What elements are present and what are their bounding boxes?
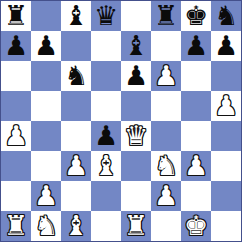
square-c5[interactable] [61,91,91,121]
square-d2[interactable] [91,181,121,211]
square-c7[interactable] [61,31,91,61]
square-h8[interactable]: ♞ [211,1,241,31]
square-h7[interactable]: ♟ [211,31,241,61]
square-c1[interactable]: ♝ [61,211,91,241]
white-pawn-piece[interactable]: ♟ [154,61,178,91]
square-a4[interactable]: ♟ [1,121,31,151]
square-f3[interactable]: ♞ [151,151,181,181]
white-bishop-piece[interactable]: ♝ [64,211,88,241]
square-h6[interactable] [211,61,241,91]
square-b4[interactable] [31,121,61,151]
square-c3[interactable]: ♟ [61,151,91,181]
white-queen-piece[interactable]: ♛ [124,121,148,151]
white-pawn-piece[interactable]: ♟ [34,181,58,211]
square-c2[interactable] [61,181,91,211]
square-f6[interactable]: ♟ [151,61,181,91]
square-b5[interactable] [31,91,61,121]
square-b3[interactable] [31,151,61,181]
black-knight-piece[interactable]: ♞ [214,1,238,31]
square-b1[interactable]: ♞ [31,211,61,241]
square-a5[interactable] [1,91,31,121]
white-king-piece[interactable]: ♚ [184,211,208,241]
square-e2[interactable] [121,181,151,211]
square-h5[interactable]: ♟ [211,91,241,121]
black-bishop-piece[interactable]: ♝ [124,31,148,61]
square-e5[interactable] [121,91,151,121]
white-knight-piece[interactable]: ♞ [154,151,178,181]
square-h3[interactable] [211,151,241,181]
white-pawn-piece[interactable]: ♟ [64,151,88,181]
square-d6[interactable] [91,61,121,91]
black-pawn-piece[interactable]: ♟ [4,31,28,61]
square-c6[interactable]: ♞ [61,61,91,91]
black-bishop-piece[interactable]: ♝ [64,1,88,31]
white-knight-piece[interactable]: ♞ [34,211,58,241]
square-d8[interactable]: ♛ [91,1,121,31]
square-e4[interactable]: ♛ [121,121,151,151]
square-g3[interactable]: ♟ [181,151,211,181]
black-pawn-piece[interactable]: ♟ [94,121,118,151]
square-g1[interactable]: ♚ [181,211,211,241]
square-c4[interactable] [61,121,91,151]
square-e6[interactable]: ♟ [121,61,151,91]
square-d3[interactable]: ♝ [91,151,121,181]
square-b6[interactable] [31,61,61,91]
square-a6[interactable] [1,61,31,91]
white-rook-piece[interactable]: ♜ [4,211,28,241]
white-pawn-piece[interactable]: ♟ [184,151,208,181]
black-pawn-piece[interactable]: ♟ [124,61,148,91]
square-f8[interactable]: ♜ [151,1,181,31]
square-d4[interactable]: ♟ [91,121,121,151]
black-knight-piece[interactable]: ♞ [64,61,88,91]
square-e7[interactable]: ♝ [121,31,151,61]
square-a3[interactable] [1,151,31,181]
square-b2[interactable]: ♟ [31,181,61,211]
square-g2[interactable] [181,181,211,211]
white-pawn-piece[interactable]: ♟ [154,181,178,211]
chess-board: ♜♝♛♜♚♞♟♟♝♟♟♞♟♟♟♟♟♛♟♝♞♟♟♟♜♞♝♜♚ [0,0,242,242]
square-f1[interactable] [151,211,181,241]
square-f4[interactable] [151,121,181,151]
square-g6[interactable] [181,61,211,91]
square-f7[interactable] [151,31,181,61]
square-a1[interactable]: ♜ [1,211,31,241]
square-e1[interactable]: ♜ [121,211,151,241]
square-a7[interactable]: ♟ [1,31,31,61]
square-b7[interactable]: ♟ [31,31,61,61]
square-h2[interactable] [211,181,241,211]
square-g5[interactable] [181,91,211,121]
square-e3[interactable] [121,151,151,181]
black-pawn-piece[interactable]: ♟ [34,31,58,61]
black-pawn-piece[interactable]: ♟ [184,31,208,61]
square-h1[interactable] [211,211,241,241]
white-rook-piece[interactable]: ♜ [124,211,148,241]
square-a8[interactable]: ♜ [1,1,31,31]
square-b8[interactable] [31,1,61,31]
square-d7[interactable] [91,31,121,61]
square-g4[interactable] [181,121,211,151]
square-d5[interactable] [91,91,121,121]
black-pawn-piece[interactable]: ♟ [214,31,238,61]
black-queen-piece[interactable]: ♛ [94,1,118,31]
square-f5[interactable] [151,91,181,121]
square-g7[interactable]: ♟ [181,31,211,61]
black-rook-piece[interactable]: ♜ [154,1,178,31]
white-bishop-piece[interactable]: ♝ [94,151,118,181]
black-rook-piece[interactable]: ♜ [4,1,28,31]
square-d1[interactable] [91,211,121,241]
black-king-piece[interactable]: ♚ [184,1,208,31]
square-c8[interactable]: ♝ [61,1,91,31]
square-e8[interactable] [121,1,151,31]
square-f2[interactable]: ♟ [151,181,181,211]
white-pawn-piece[interactable]: ♟ [214,91,238,121]
white-pawn-piece[interactable]: ♟ [4,121,28,151]
square-a2[interactable] [1,181,31,211]
square-g8[interactable]: ♚ [181,1,211,31]
square-h4[interactable] [211,121,241,151]
